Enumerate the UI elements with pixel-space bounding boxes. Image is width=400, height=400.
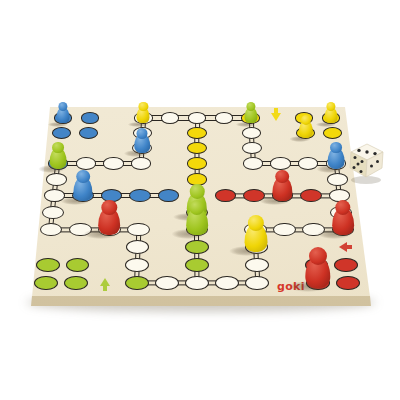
cell-c3r5 — [129, 189, 150, 202]
cell-c10r1 — [323, 127, 342, 138]
yellow-pawn[interactable] — [243, 215, 269, 252]
yellow-start-arrow — [271, 113, 281, 121]
cell-c8r3 — [270, 157, 290, 169]
cell-c1r3 — [76, 157, 96, 169]
green-pawn[interactable] — [48, 142, 67, 169]
pawn-head — [309, 247, 327, 265]
cell-c1r0 — [81, 112, 100, 123]
cell-c7r1 — [242, 127, 261, 138]
cell-c5r2 — [187, 142, 207, 154]
cell-c9r5 — [300, 189, 321, 202]
cell-c5r3 — [187, 157, 207, 169]
cell-c3r10 — [125, 276, 149, 291]
blue-pawn[interactable] — [133, 128, 151, 153]
ludo-board-photo: goki — [0, 0, 400, 400]
cell-c0r6 — [42, 206, 64, 219]
cell-c5r9 — [185, 258, 209, 272]
blue-pawn[interactable] — [72, 170, 94, 201]
pawn-head — [52, 142, 64, 154]
cell-c0r9 — [36, 258, 60, 272]
yellow-pawn[interactable] — [324, 102, 339, 123]
cell-c7r9 — [245, 258, 269, 272]
yellow-pawn[interactable] — [298, 115, 314, 138]
cell-c8r7 — [273, 223, 296, 237]
cell-c7r2 — [242, 142, 262, 154]
cell-c3r7 — [127, 223, 150, 237]
cell-c5r1 — [187, 127, 206, 138]
green-pawn[interactable] — [243, 102, 258, 123]
green-start-arrow — [100, 278, 110, 286]
cell-c10r9 — [334, 258, 358, 272]
red-pawn[interactable] — [272, 170, 294, 201]
pawn-head — [137, 128, 148, 139]
red-start-arrow — [339, 242, 347, 252]
cell-c0r1 — [52, 127, 71, 138]
cell-c2r3 — [103, 157, 123, 169]
cell-c4r10 — [155, 276, 179, 291]
pawn-head — [190, 184, 205, 199]
cell-c10r4 — [327, 173, 348, 186]
cell-c1r1 — [79, 127, 98, 138]
yellow-pawn[interactable] — [136, 102, 151, 123]
pawn-head — [330, 142, 342, 154]
cell-c5r0 — [188, 112, 207, 123]
cell-c5r8 — [185, 240, 208, 254]
pawn-head — [76, 170, 90, 184]
red-pawn[interactable] — [97, 200, 122, 235]
die[interactable] — [347, 141, 387, 185]
cell-c9r3 — [298, 157, 318, 169]
blue-pawn[interactable] — [56, 102, 71, 123]
cell-c7r3 — [243, 157, 263, 169]
cell-c4r0 — [161, 112, 180, 123]
blue-pawn[interactable] — [327, 142, 346, 169]
red-pawn[interactable] — [331, 200, 356, 235]
cell-c1r9 — [66, 258, 90, 272]
cell-c0r4 — [46, 173, 67, 186]
cell-c3r9 — [125, 258, 149, 272]
green-pawn[interactable] — [185, 200, 210, 235]
cell-c3r3 — [131, 157, 151, 169]
pawn-head — [276, 170, 290, 184]
red-pawn[interactable] — [303, 247, 332, 288]
cell-c6r0 — [215, 112, 234, 123]
